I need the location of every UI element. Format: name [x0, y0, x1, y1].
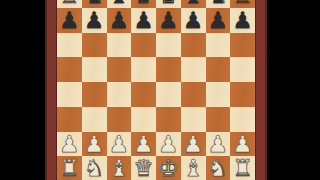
piece-black-pawn[interactable]: ♟: [109, 8, 130, 33]
square-f5[interactable]: [181, 57, 206, 82]
square-a5[interactable]: [57, 57, 82, 82]
square-f2[interactable]: ♟: [181, 132, 206, 157]
piece-white-pawn[interactable]: ♟: [109, 132, 130, 157]
square-g1[interactable]: ♞: [206, 156, 231, 180]
square-h4[interactable]: [230, 82, 255, 107]
piece-white-king[interactable]: ♚: [158, 156, 179, 180]
piece-black-pawn[interactable]: ♟: [84, 8, 105, 33]
square-h2[interactable]: ♟: [230, 132, 255, 157]
piece-white-pawn[interactable]: ♟: [84, 132, 105, 157]
square-d2[interactable]: ♟: [131, 132, 156, 157]
square-a3[interactable]: [57, 107, 82, 132]
board-frame: ♜♞♝♛♚♝♞♜♟♟♟♟♟♟♟♟♟♟♟♟♟♟♟♟♜♞♝♛♚♝♞♜: [45, 0, 267, 180]
square-f7[interactable]: ♟: [181, 8, 206, 33]
square-b5[interactable]: [82, 57, 107, 82]
square-d7[interactable]: ♟: [131, 8, 156, 33]
piece-white-pawn[interactable]: ♟: [183, 132, 204, 157]
square-a2[interactable]: ♟: [57, 132, 82, 157]
square-c4[interactable]: [107, 82, 132, 107]
square-f1[interactable]: ♝: [181, 156, 206, 180]
square-e7[interactable]: ♟: [156, 8, 181, 33]
piece-white-queen[interactable]: ♛: [133, 156, 154, 180]
piece-white-pawn[interactable]: ♟: [208, 132, 229, 157]
square-g5[interactable]: [206, 57, 231, 82]
square-h7[interactable]: ♟: [230, 8, 255, 33]
piece-white-knight[interactable]: ♞: [208, 156, 229, 180]
square-h5[interactable]: [230, 57, 255, 82]
square-d6[interactable]: [131, 33, 156, 58]
piece-black-pawn[interactable]: ♟: [208, 8, 229, 33]
square-b4[interactable]: [82, 82, 107, 107]
app-background: ♜♞♝♛♚♝♞♜♟♟♟♟♟♟♟♟♟♟♟♟♟♟♟♟♜♞♝♛♚♝♞♜ 8765432…: [0, 0, 320, 180]
piece-white-rook[interactable]: ♜: [59, 156, 80, 180]
square-b3[interactable]: [82, 107, 107, 132]
rank-label-7: 7: [10, 0, 20, 19]
square-d3[interactable]: [131, 107, 156, 132]
square-e6[interactable]: [156, 33, 181, 58]
square-g6[interactable]: [206, 33, 231, 58]
square-b6[interactable]: [82, 33, 107, 58]
square-g2[interactable]: ♟: [206, 132, 231, 157]
piece-white-pawn[interactable]: ♟: [158, 132, 179, 157]
square-c1[interactable]: ♝: [107, 156, 132, 180]
rank-label-5: 5: [31, 0, 41, 19]
square-f6[interactable]: [181, 33, 206, 58]
piece-white-knight[interactable]: ♞: [84, 156, 105, 180]
piece-white-pawn[interactable]: ♟: [232, 132, 253, 157]
square-e3[interactable]: [156, 107, 181, 132]
rank-label-6: 6: [20, 0, 30, 19]
square-c3[interactable]: [107, 107, 132, 132]
square-e4[interactable]: [156, 82, 181, 107]
piece-black-pawn[interactable]: ♟: [232, 8, 253, 33]
square-f4[interactable]: [181, 82, 206, 107]
square-b7[interactable]: ♟: [82, 8, 107, 33]
square-f3[interactable]: [181, 107, 206, 132]
square-a6[interactable]: [57, 33, 82, 58]
square-h1[interactable]: ♜: [230, 156, 255, 180]
square-d5[interactable]: [131, 57, 156, 82]
piece-black-pawn[interactable]: ♟: [59, 8, 80, 33]
square-g3[interactable]: [206, 107, 231, 132]
piece-white-rook[interactable]: ♜: [232, 156, 253, 180]
square-c2[interactable]: ♟: [107, 132, 132, 157]
piece-white-bishop[interactable]: ♝: [183, 156, 204, 180]
square-c7[interactable]: ♟: [107, 8, 132, 33]
square-g7[interactable]: ♟: [206, 8, 231, 33]
square-e5[interactable]: [156, 57, 181, 82]
square-g4[interactable]: [206, 82, 231, 107]
square-e2[interactable]: ♟: [156, 132, 181, 157]
square-e1[interactable]: ♚: [156, 156, 181, 180]
square-h3[interactable]: [230, 107, 255, 132]
square-c6[interactable]: [107, 33, 132, 58]
piece-white-pawn[interactable]: ♟: [133, 132, 154, 157]
square-c5[interactable]: [107, 57, 132, 82]
board-grid: ♜♞♝♛♚♝♞♜♟♟♟♟♟♟♟♟♟♟♟♟♟♟♟♟♜♞♝♛♚♝♞♜: [57, 0, 255, 180]
square-b2[interactable]: ♟: [82, 132, 107, 157]
piece-white-pawn[interactable]: ♟: [59, 132, 80, 157]
square-d4[interactable]: [131, 82, 156, 107]
piece-black-pawn[interactable]: ♟: [158, 8, 179, 33]
square-a4[interactable]: [57, 82, 82, 107]
piece-black-pawn[interactable]: ♟: [183, 8, 204, 33]
square-d1[interactable]: ♛: [131, 156, 156, 180]
piece-black-pawn[interactable]: ♟: [133, 8, 154, 33]
square-a1[interactable]: ♜: [57, 156, 82, 180]
piece-white-bishop[interactable]: ♝: [109, 156, 130, 180]
square-h6[interactable]: [230, 33, 255, 58]
square-a7[interactable]: ♟: [57, 8, 82, 33]
square-b1[interactable]: ♞: [82, 156, 107, 180]
rank-label-8: 8: [0, 0, 10, 19]
